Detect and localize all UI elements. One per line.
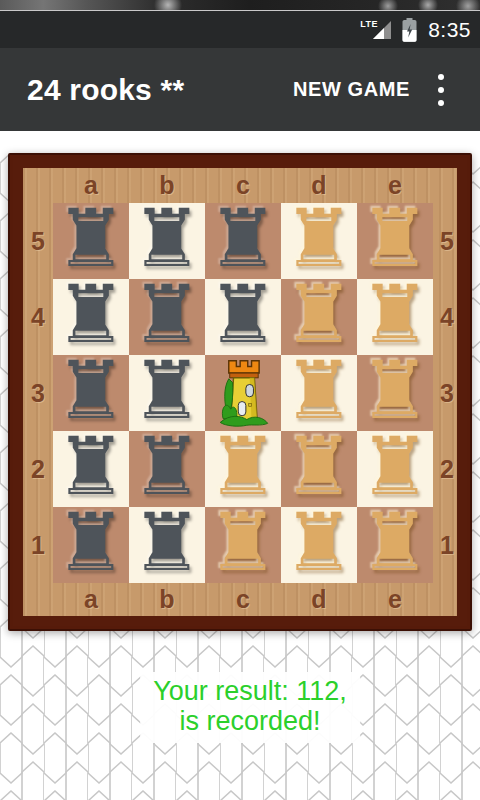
square-a1[interactable]: ♜ bbox=[53, 507, 129, 583]
white-rook: ♜ bbox=[283, 351, 355, 431]
rank-label-5: 5 bbox=[23, 203, 53, 279]
three-dot-menu-icon bbox=[438, 74, 444, 106]
square-c4[interactable]: ♜ bbox=[205, 279, 281, 355]
rank-labels-right: 54321 bbox=[433, 203, 461, 583]
black-rook: ♜ bbox=[131, 351, 203, 431]
square-b1[interactable]: ♜ bbox=[129, 507, 205, 583]
rank-label-3: 3 bbox=[433, 355, 461, 431]
white-rook: ♜ bbox=[359, 275, 431, 355]
main-content: abcde 54321 ♜♜♜♜♜♜♜♜♜♜♜♜♜♜♜♜♜♜♜♜♜♜♜♜ 543… bbox=[0, 153, 480, 800]
white-rook: ♜ bbox=[359, 199, 431, 279]
white-rook: ♜ bbox=[207, 503, 279, 583]
board-frame-corner bbox=[433, 168, 461, 203]
rank-label-3: 3 bbox=[23, 355, 53, 431]
white-rook: ♜ bbox=[359, 351, 431, 431]
black-rook: ♜ bbox=[131, 427, 203, 507]
rank-label-1: 1 bbox=[23, 507, 53, 583]
rank-label-2: 2 bbox=[433, 431, 461, 507]
rank-label-1: 1 bbox=[433, 507, 461, 583]
white-rook: ♜ bbox=[359, 503, 431, 583]
black-rook: ♜ bbox=[55, 351, 127, 431]
square-e1[interactable]: ♜ bbox=[357, 507, 433, 583]
castle-tower-icon bbox=[213, 356, 273, 430]
rank-label-4: 4 bbox=[433, 279, 461, 355]
signal-triangle-icon bbox=[373, 21, 391, 39]
rank-label-5: 5 bbox=[433, 203, 461, 279]
app-bar: 24 rooks ** NEW GAME bbox=[0, 48, 480, 131]
black-rook: ♜ bbox=[55, 427, 127, 507]
app-screen: LTE 8:35 24 rooks ** NEW GAME bbox=[0, 0, 480, 800]
square-c1[interactable]: ♜ bbox=[205, 507, 281, 583]
rank-label-2: 2 bbox=[23, 431, 53, 507]
castle-tower-image bbox=[213, 356, 273, 430]
black-rook: ♜ bbox=[131, 275, 203, 355]
result-toast-line2: is recorded! bbox=[153, 706, 347, 736]
white-rook: ♜ bbox=[283, 275, 355, 355]
white-rook: ♜ bbox=[283, 427, 355, 507]
background-photo-strip bbox=[0, 0, 480, 11]
black-rook: ♜ bbox=[55, 199, 127, 279]
clock: 8:35 bbox=[428, 18, 471, 42]
result-toast-line1: Your result: 112, bbox=[153, 676, 347, 706]
board-frame-corner bbox=[23, 583, 53, 616]
square-d1[interactable]: ♜ bbox=[281, 507, 357, 583]
white-rook: ♜ bbox=[207, 427, 279, 507]
board-frame-corner bbox=[433, 583, 461, 616]
rank-labels-left: 54321 bbox=[23, 203, 53, 583]
board-frame: abcde 54321 ♜♜♜♜♜♜♜♜♜♜♜♜♜♜♜♜♜♜♜♜♜♜♜♜ 543… bbox=[23, 168, 457, 616]
black-rook: ♜ bbox=[55, 503, 127, 583]
signal-strength-icon: LTE bbox=[360, 20, 391, 39]
rank-label-4: 4 bbox=[23, 279, 53, 355]
black-rook: ♜ bbox=[207, 275, 279, 355]
new-game-button[interactable]: NEW GAME bbox=[285, 48, 418, 131]
black-rook: ♜ bbox=[55, 275, 127, 355]
battery-charging-icon bbox=[402, 18, 417, 42]
black-rook: ♜ bbox=[131, 199, 203, 279]
white-rook: ♜ bbox=[359, 427, 431, 507]
board-frame-corner bbox=[23, 168, 53, 203]
status-bar: LTE 8:35 bbox=[0, 11, 480, 48]
app-title: 24 rooks ** bbox=[27, 73, 184, 107]
white-rook: ♜ bbox=[283, 503, 355, 583]
black-rook: ♜ bbox=[207, 199, 279, 279]
overflow-menu-button[interactable] bbox=[426, 48, 456, 131]
board-squares: ♜♜♜♜♜♜♜♜♜♜♜♜♜♜♜♜♜♜♜♜♜♜♜♜ bbox=[53, 203, 433, 583]
result-toast: Your result: 112, is recorded! bbox=[140, 672, 360, 743]
chess-board: abcde 54321 ♜♜♜♜♜♜♜♜♜♜♜♜♜♜♜♜♜♜♜♜♜♜♜♜ 543… bbox=[8, 153, 472, 631]
white-rook: ♜ bbox=[283, 199, 355, 279]
black-rook: ♜ bbox=[131, 503, 203, 583]
